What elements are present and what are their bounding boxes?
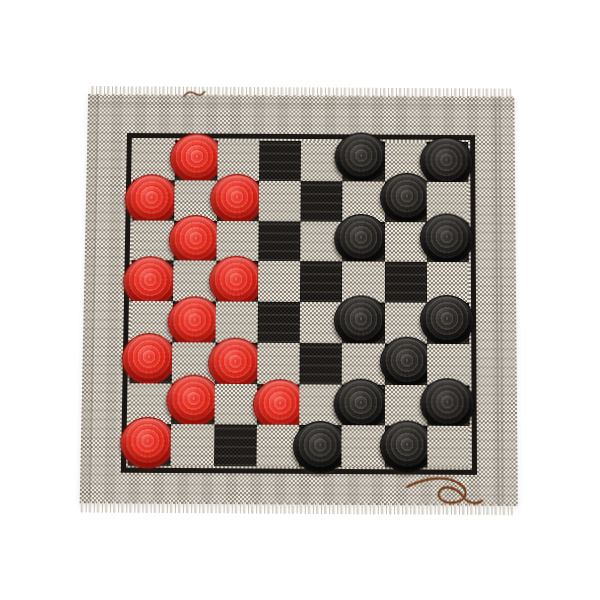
red-checker[interactable] [209,255,263,306]
square-r8c8 [427,426,470,468]
black-checker[interactable] [334,296,388,347]
square-r2c7[interactable] [385,181,427,221]
square-r2c1[interactable] [132,180,175,220]
square-r2c5[interactable] [300,181,342,221]
square-r2c3[interactable] [216,180,258,220]
square-r1c6[interactable] [343,141,385,181]
square-r5c4[interactable] [257,302,300,343]
square-r5c3 [215,301,258,342]
black-checker[interactable] [380,420,435,472]
square-r8c7[interactable] [384,426,427,468]
product-photo [0,0,600,600]
mat-fringe-top [91,86,511,97]
black-checker[interactable] [420,213,474,264]
red-checker[interactable] [123,256,178,307]
red-checker[interactable] [210,174,264,225]
square-r4c1[interactable] [131,260,174,301]
square-r8c3[interactable] [213,425,256,467]
square-r1c4[interactable] [259,141,301,181]
woven-mat [80,94,518,506]
black-checker[interactable] [335,133,389,183]
square-r4c7[interactable] [384,262,426,303]
square-r1c2[interactable] [175,140,217,180]
black-checker[interactable] [293,420,348,472]
square-r1c8[interactable] [426,142,468,182]
mat-selvage-right [495,96,508,506]
black-checker[interactable] [420,137,474,187]
black-checker[interactable] [380,173,434,224]
square-r3c1 [132,220,175,261]
mat-fringe-bottom [81,501,513,515]
square-r5c2[interactable] [173,301,216,342]
red-checker[interactable] [122,333,177,385]
square-r7c3 [214,383,257,425]
square-r4c3[interactable] [215,261,258,302]
black-checker[interactable] [334,378,388,430]
square-r3c6[interactable] [342,221,384,262]
mat-selvage-left [87,94,103,503]
checkers-board [128,140,470,468]
square-r3c4[interactable] [258,221,300,262]
square-r6c1[interactable] [129,342,172,383]
square-r3c8[interactable] [427,222,469,263]
square-r8c6 [342,425,385,467]
square-r3c2[interactable] [174,220,217,261]
mat-weft-band [88,102,514,107]
square-r8c5[interactable] [299,425,342,467]
red-checker[interactable] [124,174,178,225]
square-r6c3[interactable] [214,342,257,383]
square-r4c4 [258,261,301,302]
black-checker[interactable] [420,295,474,346]
square-r5c8[interactable] [427,303,469,344]
board-frame [121,133,477,475]
square-r8c2 [171,424,214,466]
square-r2c4 [258,181,300,221]
square-r6c7[interactable] [384,343,427,384]
square-r5c6[interactable] [342,302,384,343]
red-checker[interactable] [207,338,262,390]
square-r8c1[interactable] [128,424,171,466]
square-r7c8[interactable] [427,385,470,427]
square-r7c4[interactable] [257,384,300,426]
square-r6c4 [257,343,300,384]
black-checker[interactable] [334,214,388,265]
square-r7c2[interactable] [171,383,214,425]
square-r6c5[interactable] [299,343,342,384]
black-checker[interactable] [380,337,434,389]
black-checker[interactable] [420,378,475,430]
square-r7c6[interactable] [342,384,385,426]
square-r4c5[interactable] [300,261,342,302]
red-checker[interactable] [120,416,175,468]
